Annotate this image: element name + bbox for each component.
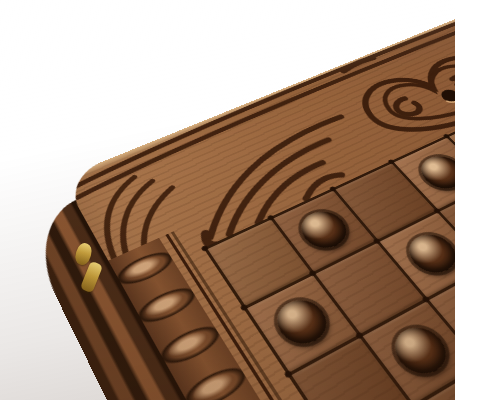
carved-dome (386, 320, 455, 381)
product-photo (0, 0, 500, 400)
carved-dome (269, 293, 335, 351)
carved-case-scene (62, 0, 455, 400)
photo-area (0, 0, 455, 400)
carved-dome (413, 151, 455, 194)
carved-dome (401, 229, 455, 280)
center-dot-carving (438, 87, 455, 104)
carved-dome (294, 206, 355, 254)
